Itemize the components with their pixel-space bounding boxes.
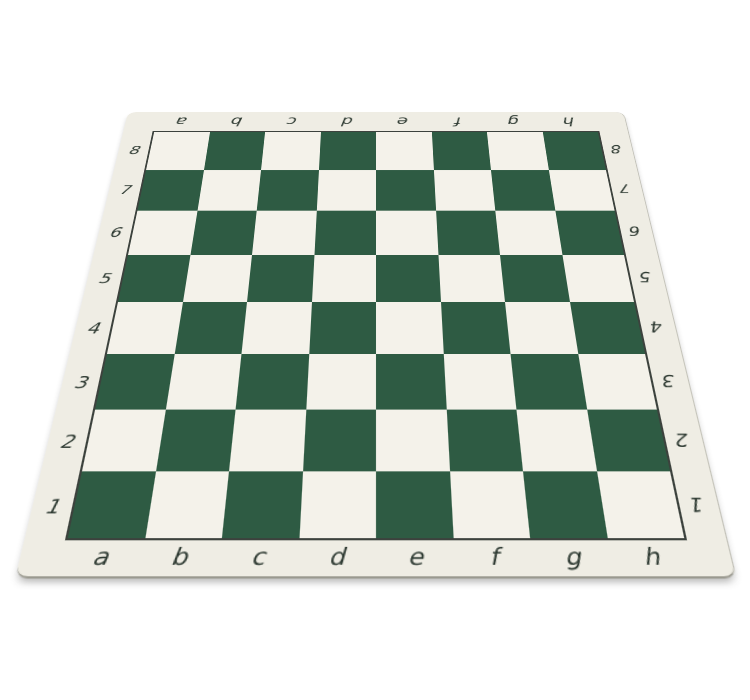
file-label-bottom-f: f <box>454 538 536 576</box>
chess-board <box>65 131 687 540</box>
square-h8[interactable] <box>542 132 606 170</box>
file-label-top-a: a <box>153 112 212 131</box>
square-e4[interactable] <box>376 302 443 354</box>
square-f2[interactable] <box>446 410 523 471</box>
square-b1[interactable] <box>145 471 229 538</box>
file-label-bottom-d: d <box>296 538 376 576</box>
square-e1[interactable] <box>376 471 453 538</box>
square-b7[interactable] <box>197 170 261 211</box>
square-b4[interactable] <box>174 302 247 354</box>
square-a6[interactable] <box>128 211 197 255</box>
square-c8[interactable] <box>261 132 320 170</box>
square-e3[interactable] <box>376 354 446 410</box>
square-c1[interactable] <box>222 471 303 538</box>
square-g8[interactable] <box>487 132 549 170</box>
square-a3[interactable] <box>95 354 174 410</box>
square-b6[interactable] <box>190 211 257 255</box>
square-e5[interactable] <box>376 255 441 302</box>
square-f3[interactable] <box>443 354 516 410</box>
square-e2[interactable] <box>376 410 449 471</box>
square-f1[interactable] <box>449 471 530 538</box>
square-d8[interactable] <box>319 132 376 170</box>
square-h5[interactable] <box>562 255 634 302</box>
square-f7[interactable] <box>433 170 495 211</box>
square-f5[interactable] <box>438 255 505 302</box>
square-a7[interactable] <box>137 170 203 211</box>
square-a4[interactable] <box>107 302 182 354</box>
square-h4[interactable] <box>570 302 645 354</box>
file-label-bottom-h: h <box>609 538 695 576</box>
file-label-top-d: d <box>320 112 376 131</box>
square-c3[interactable] <box>236 354 309 410</box>
file-label-top-h: h <box>540 112 599 131</box>
file-label-bottom-b: b <box>137 538 221 576</box>
square-g2[interactable] <box>516 410 596 471</box>
file-label-bottom-g: g <box>531 538 615 576</box>
file-label-bottom-c: c <box>217 538 299 576</box>
file-label-top-c: c <box>264 112 321 131</box>
square-c7[interactable] <box>257 170 319 211</box>
square-h1[interactable] <box>596 471 684 538</box>
square-d1[interactable] <box>299 471 376 538</box>
square-c5[interactable] <box>247 255 314 302</box>
square-e6[interactable] <box>376 211 438 255</box>
square-b8[interactable] <box>204 132 266 170</box>
square-d3[interactable] <box>306 354 376 410</box>
square-c2[interactable] <box>229 410 306 471</box>
square-b5[interactable] <box>183 255 253 302</box>
chess-mat: abcdefgh 87654321 87654321 abcdefgh <box>15 112 737 579</box>
file-labels-bottom: abcdefgh <box>57 538 695 576</box>
file-label-top-g: g <box>486 112 544 131</box>
square-g5[interactable] <box>500 255 570 302</box>
square-f4[interactable] <box>441 302 511 354</box>
square-c6[interactable] <box>252 211 316 255</box>
square-h6[interactable] <box>555 211 624 255</box>
file-label-top-e: e <box>376 112 432 131</box>
file-labels-top: abcdefgh <box>153 112 600 131</box>
file-label-top-b: b <box>208 112 266 131</box>
photo-area: abcdefgh 87654321 87654321 abcdefgh <box>0 0 750 700</box>
square-e8[interactable] <box>376 132 433 170</box>
square-a1[interactable] <box>68 471 156 538</box>
square-a2[interactable] <box>82 410 165 471</box>
square-d6[interactable] <box>314 211 376 255</box>
square-e7[interactable] <box>376 170 436 211</box>
square-g4[interactable] <box>505 302 578 354</box>
square-g1[interactable] <box>523 471 607 538</box>
file-label-bottom-e: e <box>376 538 456 576</box>
file-label-bottom-a: a <box>57 538 143 576</box>
square-b3[interactable] <box>165 354 241 410</box>
square-h7[interactable] <box>548 170 614 211</box>
square-d7[interactable] <box>316 170 376 211</box>
square-f6[interactable] <box>436 211 500 255</box>
square-h2[interactable] <box>587 410 670 471</box>
square-g7[interactable] <box>491 170 555 211</box>
square-g3[interactable] <box>510 354 586 410</box>
square-c4[interactable] <box>242 302 312 354</box>
square-d2[interactable] <box>303 410 376 471</box>
square-f8[interactable] <box>431 132 490 170</box>
file-label-top-f: f <box>431 112 488 131</box>
square-a5[interactable] <box>118 255 190 302</box>
square-g6[interactable] <box>495 211 562 255</box>
square-d5[interactable] <box>312 255 377 302</box>
square-a8[interactable] <box>146 132 210 170</box>
square-b2[interactable] <box>156 410 236 471</box>
square-d4[interactable] <box>309 302 376 354</box>
square-h3[interactable] <box>578 354 657 410</box>
